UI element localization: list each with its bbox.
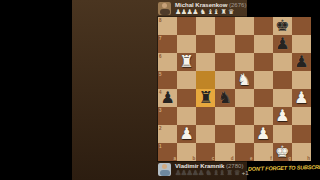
square-d1[interactable]: d — [215, 143, 234, 161]
avatar-head-icon — [162, 3, 167, 8]
square-h2[interactable] — [292, 125, 311, 143]
square-e7[interactable] — [235, 35, 254, 53]
square-e4[interactable] — [235, 89, 254, 107]
square-b1[interactable]: b — [177, 143, 196, 161]
square-b3[interactable] — [177, 107, 196, 125]
square-d7[interactable] — [215, 35, 234, 53]
square-a6[interactable]: 6 — [158, 53, 177, 71]
piece-black-P-a4[interactable]: ♟ — [160, 90, 174, 106]
square-f7[interactable] — [254, 35, 273, 53]
top-player-avatar — [158, 2, 171, 15]
rank-label-3: 3 — [159, 108, 162, 113]
square-b4[interactable] — [177, 89, 196, 107]
square-c4[interactable]: ♜ — [196, 89, 215, 107]
square-f4[interactable] — [254, 89, 273, 107]
square-d6[interactable] — [215, 53, 234, 71]
file-label-b: b — [193, 156, 196, 161]
subscribe-caption: DON'T FORGET TO SUBSCRIBE — [248, 164, 312, 172]
file-label-h: h — [307, 156, 310, 161]
square-e5[interactable]: ♞ — [235, 71, 254, 89]
square-c6[interactable] — [196, 53, 215, 71]
square-f1[interactable]: f — [254, 143, 273, 161]
file-label-f: f — [270, 156, 272, 161]
file-label-a: a — [174, 156, 177, 161]
file-label-g: g — [288, 156, 291, 161]
rank-label-5: 5 — [159, 72, 162, 77]
rank-label-2: 2 — [159, 126, 162, 131]
square-b5[interactable] — [177, 71, 196, 89]
square-g3[interactable]: ♟ — [273, 107, 292, 125]
square-f2[interactable]: ♟ — [254, 125, 273, 143]
square-a1[interactable]: 1a — [158, 143, 177, 161]
bottom-captured-glyphs: ♟♟♟♟♟ ♞ ♝♝ ♜ ♛ — [175, 169, 240, 177]
square-f3[interactable] — [254, 107, 273, 125]
square-g4[interactable] — [273, 89, 292, 107]
bottom-captured-pieces: ♟♟♟♟♟ ♞ ♝♝ ♜ ♛+1 — [175, 170, 249, 177]
square-c7[interactable] — [196, 35, 215, 53]
piece-white-P-b2[interactable]: ♟ — [180, 126, 194, 142]
video-frame: Michal Krasenkow (2676) ♟♟♟♟ ♞ ♝♝ ♜ ♛ 8♚… — [0, 0, 320, 180]
square-d5[interactable] — [215, 71, 234, 89]
square-e3[interactable] — [235, 107, 254, 125]
square-d3[interactable] — [215, 107, 234, 125]
square-a5[interactable]: 5 — [158, 71, 177, 89]
square-g8[interactable]: ♚ — [273, 17, 292, 35]
square-e8[interactable] — [235, 17, 254, 35]
piece-black-R-c4[interactable]: ♜ — [199, 90, 213, 106]
square-f6[interactable] — [254, 53, 273, 71]
piece-white-N-e5[interactable]: ♞ — [237, 72, 251, 88]
square-d4[interactable]: ♞ — [215, 89, 234, 107]
square-h3[interactable] — [292, 107, 311, 125]
avatar-body-icon — [160, 170, 170, 176]
content-strip: Michal Krasenkow (2676) ♟♟♟♟ ♞ ♝♝ ♜ ♛ 8♚… — [72, 0, 247, 180]
square-h7[interactable] — [292, 35, 311, 53]
rank-label-8: 8 — [159, 18, 162, 23]
square-a2[interactable]: 2 — [158, 125, 177, 143]
piece-black-N-d4[interactable]: ♞ — [218, 90, 232, 106]
square-g2[interactable] — [273, 125, 292, 143]
file-label-e: e — [250, 156, 253, 161]
square-c2[interactable] — [196, 125, 215, 143]
square-e6[interactable] — [235, 53, 254, 71]
piece-black-P-h6[interactable]: ♟ — [294, 54, 308, 70]
square-a3[interactable]: 3 — [158, 107, 177, 125]
square-a4[interactable]: 4♟ — [158, 89, 177, 107]
square-f5[interactable] — [254, 71, 273, 89]
square-h5[interactable] — [292, 71, 311, 89]
top-captured-pieces: ♟♟♟♟ ♞ ♝♝ ♜ ♛ — [175, 9, 234, 16]
file-label-d: d — [231, 156, 234, 161]
square-b2[interactable]: ♟ — [177, 125, 196, 143]
square-c1[interactable]: c — [196, 143, 215, 161]
square-b8[interactable] — [177, 17, 196, 35]
square-c3[interactable] — [196, 107, 215, 125]
chess-board[interactable]: 8♚7♟6♜♟5♞4♟♜♞♟3♟2♟♟1abcdefg♚h — [158, 17, 311, 161]
square-h6[interactable]: ♟ — [292, 53, 311, 71]
square-g7[interactable]: ♟ — [273, 35, 292, 53]
avatar-head-icon — [162, 164, 167, 169]
rank-label-4: 4 — [159, 90, 162, 95]
square-d2[interactable] — [215, 125, 234, 143]
square-c8[interactable] — [196, 17, 215, 35]
piece-white-R-b6[interactable]: ♜ — [180, 54, 194, 70]
square-g5[interactable] — [273, 71, 292, 89]
rank-label-7: 7 — [159, 36, 162, 41]
square-h1[interactable]: h — [292, 143, 311, 161]
square-b6[interactable]: ♜ — [177, 53, 196, 71]
square-c5[interactable] — [196, 71, 215, 89]
square-a8[interactable]: 8 — [158, 17, 177, 35]
square-e2[interactable] — [235, 125, 254, 143]
piece-white-P-h4[interactable]: ♟ — [294, 90, 308, 106]
file-label-c: c — [212, 156, 215, 161]
bottom-player-avatar — [158, 163, 171, 176]
square-h4[interactable]: ♟ — [292, 89, 311, 107]
square-g6[interactable] — [273, 53, 292, 71]
square-g1[interactable]: g♚ — [273, 143, 292, 161]
square-d8[interactable] — [215, 17, 234, 35]
square-e1[interactable]: e — [235, 143, 254, 161]
square-b7[interactable] — [177, 35, 196, 53]
piece-black-K-g8[interactable]: ♚ — [275, 18, 289, 34]
rank-label-1: 1 — [159, 144, 162, 149]
piece-white-P-f2[interactable]: ♟ — [256, 126, 270, 142]
piece-white-P-g3[interactable]: ♟ — [275, 108, 289, 124]
square-a7[interactable]: 7 — [158, 35, 177, 53]
rank-label-6: 6 — [159, 54, 162, 59]
square-f8[interactable] — [254, 17, 273, 35]
square-h8[interactable] — [292, 17, 311, 35]
avatar-body-icon — [160, 9, 170, 15]
piece-black-P-g7[interactable]: ♟ — [275, 36, 289, 52]
